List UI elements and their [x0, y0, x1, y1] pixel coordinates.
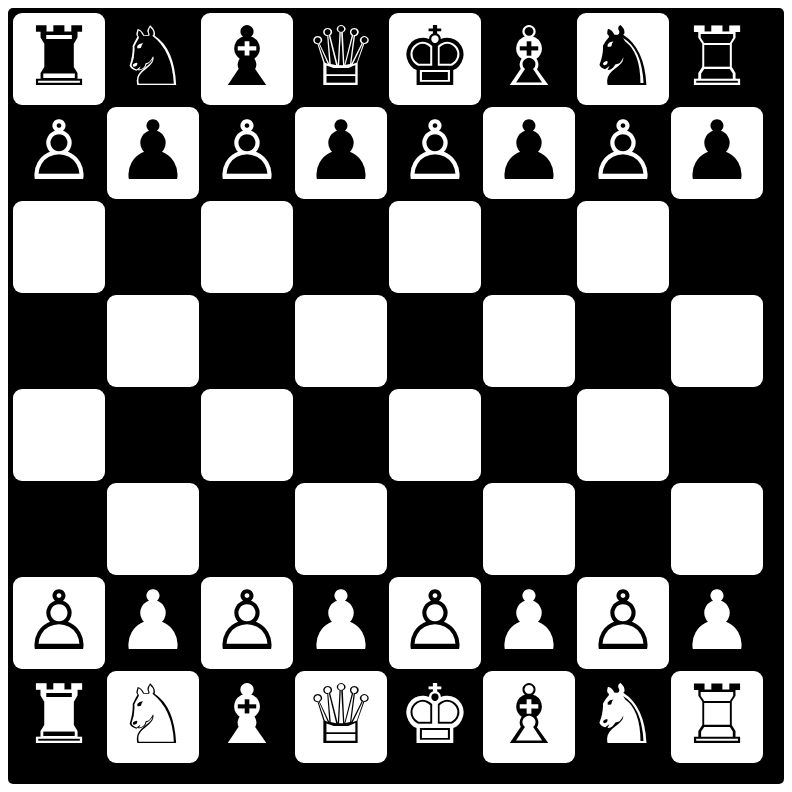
square-g1[interactable]: ♞	[576, 670, 670, 764]
square-c7[interactable]: ♙	[200, 106, 294, 200]
square-a1[interactable]: ♜	[12, 670, 106, 764]
square-g6[interactable]	[577, 201, 669, 293]
white-pawn-piece[interactable]: ♙	[398, 580, 472, 662]
square-d3[interactable]	[295, 483, 387, 575]
square-h5[interactable]	[671, 295, 763, 387]
square-h7[interactable]: ♟	[671, 107, 763, 199]
square-e5[interactable]	[388, 294, 482, 388]
chess-board: ♜♘♝♕♚♗♞♖♙♟♙♟♙♟♙♟♙♟♙♟♙♟♙♟♜♘♝♕♚♗♞♖	[12, 12, 764, 764]
square-a2[interactable]: ♙	[13, 577, 105, 669]
black-pawn-piece[interactable]: ♟	[304, 110, 378, 192]
square-e3[interactable]	[388, 482, 482, 576]
white-pawn-piece[interactable]: ♟	[492, 580, 566, 662]
square-d7[interactable]: ♟	[295, 107, 387, 199]
square-c6[interactable]	[201, 201, 293, 293]
square-d5[interactable]	[295, 295, 387, 387]
square-b4[interactable]	[106, 388, 200, 482]
square-c8[interactable]: ♝	[201, 13, 293, 105]
black-rook-piece[interactable]: ♖	[680, 16, 754, 98]
square-g3[interactable]	[576, 482, 670, 576]
square-g8[interactable]: ♞	[577, 13, 669, 105]
black-king-piece[interactable]: ♚	[398, 16, 472, 98]
square-e4[interactable]	[389, 389, 481, 481]
square-g2[interactable]: ♙	[577, 577, 669, 669]
black-queen-piece[interactable]: ♕	[304, 16, 378, 98]
white-bishop-piece[interactable]: ♗	[492, 674, 566, 756]
white-pawn-piece[interactable]: ♟	[116, 580, 190, 662]
white-king-piece[interactable]: ♚	[398, 674, 472, 756]
square-f2[interactable]: ♟	[482, 576, 576, 670]
square-d2[interactable]: ♟	[294, 576, 388, 670]
square-c3[interactable]	[200, 482, 294, 576]
white-pawn-piece[interactable]: ♙	[586, 580, 660, 662]
square-e7[interactable]: ♙	[388, 106, 482, 200]
chess-diagram: ♜♘♝♕♚♗♞♖♙♟♙♟♙♟♙♟♙♟♙♟♙♟♙♟♜♘♝♕♚♗♞♖	[0, 0, 792, 792]
square-f6[interactable]	[482, 200, 576, 294]
white-pawn-piece[interactable]: ♟	[304, 580, 378, 662]
square-h6[interactable]	[670, 200, 764, 294]
black-bishop-piece[interactable]: ♝	[210, 16, 284, 98]
square-g4[interactable]	[577, 389, 669, 481]
black-rook-piece[interactable]: ♜	[22, 16, 96, 98]
black-bishop-piece[interactable]: ♗	[492, 16, 566, 98]
square-c2[interactable]: ♙	[201, 577, 293, 669]
black-pawn-piece[interactable]: ♟	[116, 110, 190, 192]
white-queen-piece[interactable]: ♕	[304, 674, 378, 756]
white-knight-piece[interactable]: ♞	[586, 674, 660, 756]
square-h4[interactable]	[670, 388, 764, 482]
square-e2[interactable]: ♙	[389, 577, 481, 669]
black-pawn-piece[interactable]: ♙	[398, 110, 472, 192]
square-a4[interactable]	[13, 389, 105, 481]
square-f5[interactable]	[483, 295, 575, 387]
square-f7[interactable]: ♟	[483, 107, 575, 199]
square-b2[interactable]: ♟	[106, 576, 200, 670]
square-e1[interactable]: ♚	[388, 670, 482, 764]
square-a5[interactable]	[12, 294, 106, 388]
square-b8[interactable]: ♘	[106, 12, 200, 106]
white-pawn-piece[interactable]: ♙	[210, 580, 284, 662]
square-d8[interactable]: ♕	[294, 12, 388, 106]
square-h3[interactable]	[671, 483, 763, 575]
black-pawn-piece[interactable]: ♟	[492, 110, 566, 192]
black-pawn-piece[interactable]: ♟	[680, 110, 754, 192]
square-a3[interactable]	[12, 482, 106, 576]
square-a8[interactable]: ♜	[13, 13, 105, 105]
square-d1[interactable]: ♕	[295, 671, 387, 763]
square-h2[interactable]: ♟	[670, 576, 764, 670]
black-pawn-piece[interactable]: ♙	[210, 110, 284, 192]
square-b6[interactable]	[106, 200, 200, 294]
square-b3[interactable]	[107, 483, 199, 575]
square-a6[interactable]	[13, 201, 105, 293]
white-bishop-piece[interactable]: ♝	[210, 674, 284, 756]
black-pawn-piece[interactable]: ♙	[22, 110, 96, 192]
square-h1[interactable]: ♖	[671, 671, 763, 763]
square-a7[interactable]: ♙	[12, 106, 106, 200]
white-rook-piece[interactable]: ♖	[680, 674, 754, 756]
white-pawn-piece[interactable]: ♙	[22, 580, 96, 662]
square-e6[interactable]	[389, 201, 481, 293]
square-g5[interactable]	[576, 294, 670, 388]
square-e8[interactable]: ♚	[389, 13, 481, 105]
square-f8[interactable]: ♗	[482, 12, 576, 106]
square-c1[interactable]: ♝	[200, 670, 294, 764]
square-b7[interactable]: ♟	[107, 107, 199, 199]
square-g7[interactable]: ♙	[576, 106, 670, 200]
square-f3[interactable]	[483, 483, 575, 575]
white-pawn-piece[interactable]: ♟	[680, 580, 754, 662]
white-knight-piece[interactable]: ♘	[116, 674, 190, 756]
square-c4[interactable]	[201, 389, 293, 481]
square-f4[interactable]	[482, 388, 576, 482]
square-b5[interactable]	[107, 295, 199, 387]
square-c5[interactable]	[200, 294, 294, 388]
square-d6[interactable]	[294, 200, 388, 294]
square-b1[interactable]: ♘	[107, 671, 199, 763]
black-knight-piece[interactable]: ♘	[116, 16, 190, 98]
square-h8[interactable]: ♖	[670, 12, 764, 106]
black-pawn-piece[interactable]: ♙	[586, 110, 660, 192]
black-knight-piece[interactable]: ♞	[586, 16, 660, 98]
square-f1[interactable]: ♗	[483, 671, 575, 763]
white-rook-piece[interactable]: ♜	[22, 674, 96, 756]
square-d4[interactable]	[294, 388, 388, 482]
